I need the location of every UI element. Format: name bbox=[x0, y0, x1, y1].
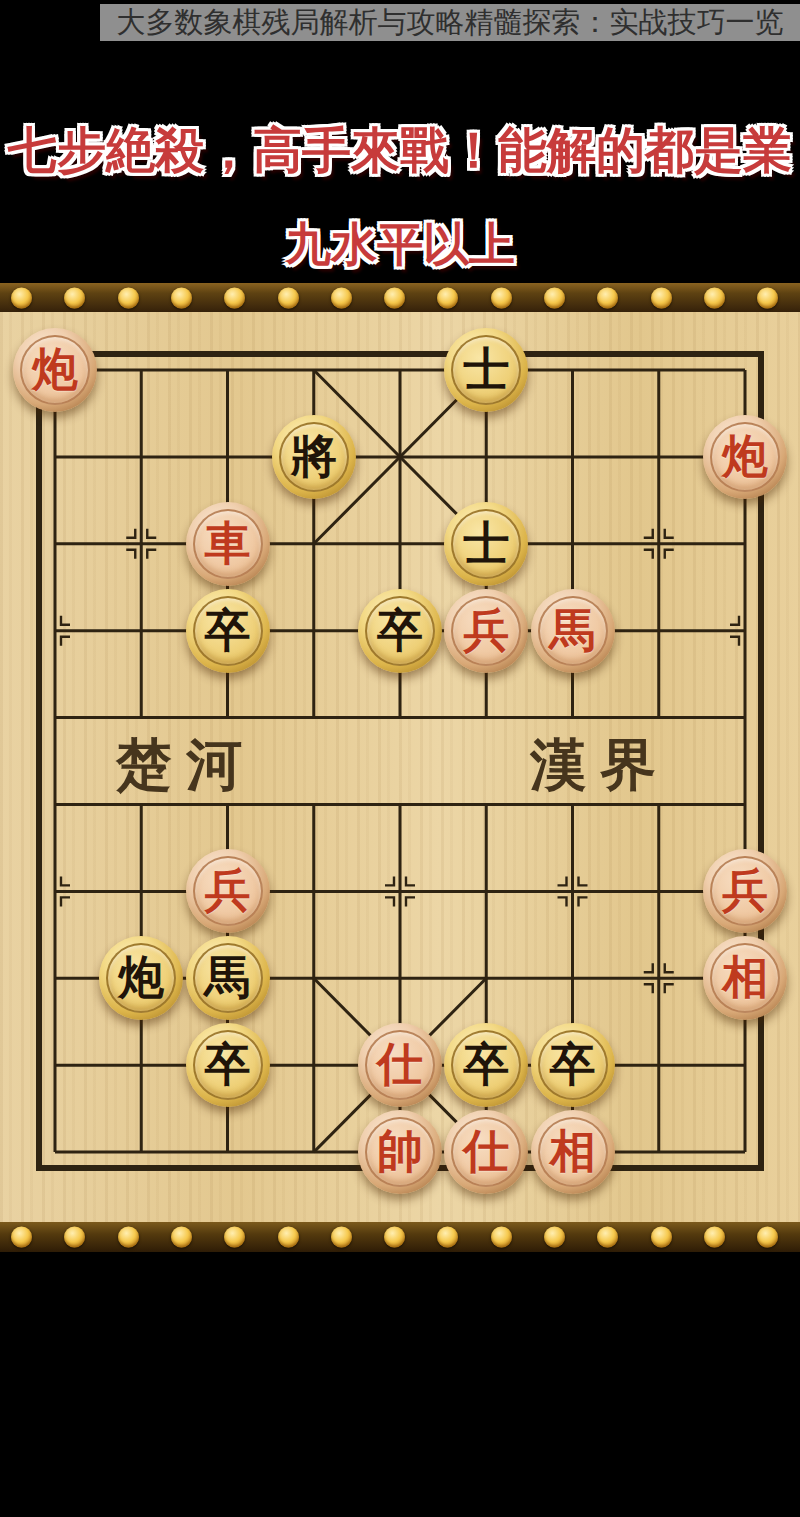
gold-stud-icon bbox=[64, 1227, 85, 1248]
gold-stud-icon bbox=[544, 1227, 565, 1248]
gold-stud-icon bbox=[651, 287, 672, 308]
piece-character: 炮 bbox=[118, 955, 164, 1001]
piece-character: 馬 bbox=[205, 955, 251, 1001]
gold-stud-icon bbox=[544, 287, 565, 308]
piece-character: 卒 bbox=[377, 608, 423, 654]
piece-black-士[interactable]: 士 bbox=[444, 328, 528, 412]
piece-character: 帥 bbox=[377, 1129, 423, 1175]
piece-red-仕[interactable]: 仕 bbox=[444, 1110, 528, 1194]
piece-character: 卒 bbox=[463, 1042, 509, 1088]
gold-stud-icon bbox=[651, 1227, 672, 1248]
piece-red-相[interactable]: 相 bbox=[531, 1110, 615, 1194]
piece-character: 卒 bbox=[550, 1042, 596, 1088]
river-label-right: 漢界 bbox=[530, 728, 670, 804]
piece-red-兵[interactable]: 兵 bbox=[444, 589, 528, 673]
piece-character: 將 bbox=[291, 434, 337, 480]
decorative-stud-strip-bottom bbox=[0, 1222, 800, 1252]
gold-stud-icon bbox=[64, 287, 85, 308]
title-bar: 大多数象棋残局解析与攻略精髓探索：实战技巧一览 bbox=[100, 4, 800, 41]
decorative-stud-strip-top bbox=[0, 283, 800, 312]
xiangqi-board[interactable]: 楚河 漢界 炮士將炮車士卒卒兵馬兵兵炮馬相卒仕卒卒帥仕相 bbox=[0, 312, 800, 1222]
gold-stud-icon bbox=[331, 1227, 352, 1248]
gold-stud-icon bbox=[118, 1227, 139, 1248]
gold-stud-icon bbox=[704, 287, 725, 308]
gold-stud-icon bbox=[224, 287, 245, 308]
gold-stud-icon bbox=[757, 1227, 778, 1248]
piece-character: 兵 bbox=[463, 608, 509, 654]
river-label-left: 楚河 bbox=[116, 728, 256, 804]
piece-red-兵[interactable]: 兵 bbox=[703, 849, 787, 933]
piece-character: 卒 bbox=[205, 608, 251, 654]
piece-black-卒[interactable]: 卒 bbox=[531, 1023, 615, 1107]
piece-black-卒[interactable]: 卒 bbox=[358, 589, 442, 673]
piece-character: 馬 bbox=[550, 608, 596, 654]
piece-black-馬[interactable]: 馬 bbox=[186, 936, 270, 1020]
board-panel: 楚河 漢界 炮士將炮車士卒卒兵馬兵兵炮馬相卒仕卒卒帥仕相 bbox=[0, 283, 800, 1252]
page-title: 大多数象棋残局解析与攻略精髓探索：实战技巧一览 bbox=[117, 3, 784, 43]
piece-black-將[interactable]: 將 bbox=[272, 415, 356, 499]
piece-character: 相 bbox=[550, 1129, 596, 1175]
piece-black-士[interactable]: 士 bbox=[444, 502, 528, 586]
piece-red-炮[interactable]: 炮 bbox=[703, 415, 787, 499]
piece-character: 相 bbox=[722, 955, 768, 1001]
gold-stud-icon bbox=[597, 1227, 618, 1248]
gold-stud-icon bbox=[704, 1227, 725, 1248]
piece-red-帥[interactable]: 帥 bbox=[358, 1110, 442, 1194]
piece-black-卒[interactable]: 卒 bbox=[186, 589, 270, 673]
gold-stud-icon bbox=[118, 287, 139, 308]
piece-character: 仕 bbox=[377, 1042, 423, 1088]
piece-black-卒[interactable]: 卒 bbox=[444, 1023, 528, 1107]
screen: 大多数象棋残局解析与攻略精髓探索：实战技巧一览 七步絶殺，高手來戰！能解的都是業… bbox=[0, 0, 800, 1517]
piece-character: 兵 bbox=[722, 868, 768, 914]
gold-stud-icon bbox=[437, 287, 458, 308]
gold-stud-icon bbox=[597, 287, 618, 308]
gold-stud-icon bbox=[384, 1227, 405, 1248]
piece-character: 炮 bbox=[722, 434, 768, 480]
banner-line-1: 七步絶殺，高手來戰！能解的都是業 bbox=[0, 118, 800, 184]
gold-stud-icon bbox=[331, 287, 352, 308]
piece-character: 士 bbox=[463, 347, 509, 393]
piece-character: 兵 bbox=[205, 868, 251, 914]
gold-stud-icon bbox=[491, 1227, 512, 1248]
gold-stud-icon bbox=[171, 1227, 192, 1248]
piece-red-炮[interactable]: 炮 bbox=[13, 328, 97, 412]
banner-line-2: 九水平以上 bbox=[0, 214, 800, 276]
piece-red-相[interactable]: 相 bbox=[703, 936, 787, 1020]
gold-stud-icon bbox=[278, 1227, 299, 1248]
piece-character: 車 bbox=[205, 521, 251, 567]
gold-stud-icon bbox=[171, 287, 192, 308]
piece-red-馬[interactable]: 馬 bbox=[531, 589, 615, 673]
gold-stud-icon bbox=[757, 287, 778, 308]
piece-character: 卒 bbox=[205, 1042, 251, 1088]
gold-stud-icon bbox=[491, 287, 512, 308]
piece-black-卒[interactable]: 卒 bbox=[186, 1023, 270, 1107]
gold-stud-icon bbox=[224, 1227, 245, 1248]
gold-stud-icon bbox=[11, 1227, 32, 1248]
piece-red-仕[interactable]: 仕 bbox=[358, 1023, 442, 1107]
gold-stud-icon bbox=[11, 287, 32, 308]
piece-character: 仕 bbox=[463, 1129, 509, 1175]
piece-black-炮[interactable]: 炮 bbox=[99, 936, 183, 1020]
gold-stud-icon bbox=[437, 1227, 458, 1248]
piece-character: 炮 bbox=[32, 347, 78, 393]
gold-stud-icon bbox=[278, 287, 299, 308]
piece-red-車[interactable]: 車 bbox=[186, 502, 270, 586]
gold-stud-icon bbox=[384, 287, 405, 308]
piece-red-兵[interactable]: 兵 bbox=[186, 849, 270, 933]
piece-character: 士 bbox=[463, 521, 509, 567]
